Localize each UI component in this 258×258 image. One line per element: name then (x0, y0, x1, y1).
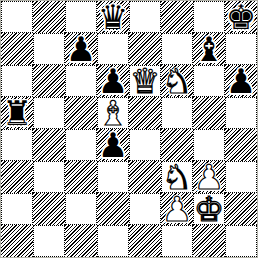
square-a5[interactable]: ♜ (1, 97, 33, 129)
piece-black-bishop: ♝ (194, 33, 224, 65)
square-h2[interactable] (225, 193, 257, 225)
square-d8[interactable]: ♛ (97, 1, 129, 33)
square-f8[interactable] (161, 1, 193, 33)
piece-white-knight: ♞ (162, 65, 192, 97)
square-c3[interactable] (65, 161, 97, 193)
square-g2[interactable]: ♚ (193, 193, 225, 225)
square-a2[interactable] (1, 193, 33, 225)
square-c2[interactable] (65, 193, 97, 225)
square-b7[interactable] (33, 33, 65, 65)
square-c4[interactable] (65, 129, 97, 161)
square-h3[interactable] (225, 161, 257, 193)
piece-white-pawn: ♟ (162, 193, 192, 225)
square-h5[interactable] (225, 97, 257, 129)
square-a4[interactable] (1, 129, 33, 161)
square-a8[interactable] (1, 1, 33, 33)
square-e3[interactable] (129, 161, 161, 193)
square-b8[interactable] (33, 1, 65, 33)
square-f2[interactable]: ♟ (161, 193, 193, 225)
square-f6[interactable]: ♞ (161, 65, 193, 97)
square-f5[interactable] (161, 97, 193, 129)
square-h8[interactable]: ♚ (225, 1, 257, 33)
square-g1[interactable] (193, 225, 225, 257)
piece-black-pawn: ♟ (66, 33, 96, 65)
square-b6[interactable] (33, 65, 65, 97)
square-g7[interactable]: ♝ (193, 33, 225, 65)
square-h4[interactable] (225, 129, 257, 161)
piece-white-queen: ♛ (130, 65, 160, 97)
square-h1[interactable] (225, 225, 257, 257)
square-a3[interactable] (1, 161, 33, 193)
square-e4[interactable] (129, 129, 161, 161)
chess-board-frame: ♛♚♟♝♟♛♞♟♜♝♟♞♟♟♚ (0, 0, 258, 258)
square-c5[interactable] (65, 97, 97, 129)
square-e8[interactable] (129, 1, 161, 33)
piece-black-rook: ♜ (2, 97, 32, 129)
square-e2[interactable] (129, 193, 161, 225)
square-d3[interactable] (97, 161, 129, 193)
square-b3[interactable] (33, 161, 65, 193)
square-c7[interactable]: ♟ (65, 33, 97, 65)
square-d4[interactable]: ♟ (97, 129, 129, 161)
square-e6[interactable]: ♛ (129, 65, 161, 97)
square-a1[interactable] (1, 225, 33, 257)
square-b1[interactable] (33, 225, 65, 257)
square-b5[interactable] (33, 97, 65, 129)
square-d1[interactable] (97, 225, 129, 257)
square-b4[interactable] (33, 129, 65, 161)
square-g6[interactable] (193, 65, 225, 97)
square-b2[interactable] (33, 193, 65, 225)
piece-black-queen: ♛ (98, 1, 128, 33)
piece-black-pawn: ♟ (226, 65, 256, 97)
square-d2[interactable] (97, 193, 129, 225)
piece-black-pawn: ♟ (98, 129, 128, 161)
square-a7[interactable] (1, 33, 33, 65)
piece-black-king: ♚ (226, 1, 256, 33)
square-f1[interactable] (161, 225, 193, 257)
chess-board: ♛♚♟♝♟♛♞♟♜♝♟♞♟♟♚ (1, 1, 257, 257)
piece-white-king: ♚ (194, 193, 224, 225)
square-g5[interactable] (193, 97, 225, 129)
square-c1[interactable] (65, 225, 97, 257)
square-h6[interactable]: ♟ (225, 65, 257, 97)
square-e1[interactable] (129, 225, 161, 257)
square-e5[interactable] (129, 97, 161, 129)
square-c6[interactable] (65, 65, 97, 97)
